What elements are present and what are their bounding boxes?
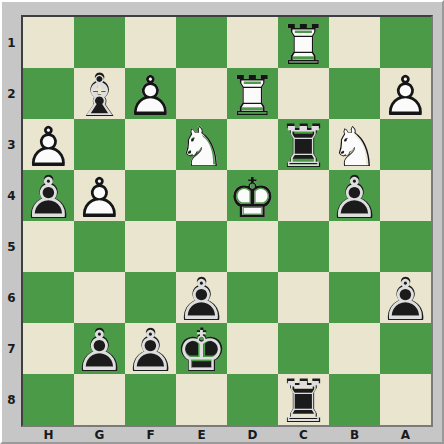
square-f3[interactable] bbox=[125, 119, 176, 170]
rook-outline-icon: ♖ bbox=[279, 120, 328, 175]
black-pawn[interactable]: ♟♙ bbox=[176, 272, 227, 323]
pawn-icon: ♟ bbox=[328, 169, 381, 228]
square-a4[interactable] bbox=[380, 170, 431, 221]
king-icon: ♚ bbox=[175, 322, 228, 381]
square-d2[interactable]: ♜♖ bbox=[227, 68, 278, 119]
black-bishop[interactable]: ♝♗ bbox=[74, 68, 125, 119]
file-labels: HGFEDCBA bbox=[23, 427, 431, 442]
file-label-g: G bbox=[74, 427, 125, 442]
square-e8[interactable] bbox=[176, 374, 227, 425]
square-c7[interactable] bbox=[278, 323, 329, 374]
chessboard-widget: 12345678 HGFEDCBA ♜♖♝♗♟♙♜♖♟♙♟♙♞♘♜♖♞♘♟♙♟♙… bbox=[0, 0, 444, 444]
knight-icon: ♞ bbox=[330, 120, 379, 175]
file-label-e: E bbox=[176, 427, 227, 442]
chess-board[interactable]: ♜♖♝♗♟♙♜♖♟♙♟♙♞♘♜♖♞♘♟♙♟♙♚♔♟♙♟♙♟♙♟♙♟♙♚♔♜♖ bbox=[21, 15, 433, 427]
square-b3[interactable]: ♞♘ bbox=[329, 119, 380, 170]
square-g3[interactable] bbox=[74, 119, 125, 170]
white-knight[interactable]: ♞♘ bbox=[329, 119, 380, 170]
black-king[interactable]: ♚♔ bbox=[176, 323, 227, 374]
square-e3[interactable]: ♞♘ bbox=[176, 119, 227, 170]
pawn-icon: ♟ bbox=[381, 69, 430, 124]
rook-outline-icon: ♖ bbox=[279, 375, 328, 430]
square-d6[interactable] bbox=[227, 272, 278, 323]
rook-icon: ♜ bbox=[277, 118, 330, 177]
king-outline-icon: ♔ bbox=[228, 171, 277, 226]
square-c4[interactable] bbox=[278, 170, 329, 221]
square-g2[interactable]: ♝♗ bbox=[74, 68, 125, 119]
pawn-icon: ♟ bbox=[175, 271, 228, 330]
pawn-icon: ♟ bbox=[73, 322, 126, 381]
white-king[interactable]: ♚♔ bbox=[227, 170, 278, 221]
square-f4[interactable] bbox=[125, 170, 176, 221]
square-e2[interactable] bbox=[176, 68, 227, 119]
square-a7[interactable] bbox=[380, 323, 431, 374]
pawn-outline-icon: ♙ bbox=[381, 273, 430, 328]
square-a3[interactable] bbox=[380, 119, 431, 170]
square-f6[interactable] bbox=[125, 272, 176, 323]
king-icon: ♚ bbox=[228, 171, 277, 226]
square-h5[interactable] bbox=[23, 221, 74, 272]
pawn-outline-icon: ♙ bbox=[75, 324, 124, 379]
rank-label-6: 6 bbox=[2, 272, 21, 323]
pawn-outline-icon: ♙ bbox=[24, 120, 73, 175]
square-f1[interactable] bbox=[125, 17, 176, 68]
rank-label-8: 8 bbox=[2, 374, 21, 425]
square-b1[interactable] bbox=[329, 17, 380, 68]
square-e5[interactable] bbox=[176, 221, 227, 272]
rook-icon: ♜ bbox=[277, 373, 330, 432]
square-a5[interactable] bbox=[380, 221, 431, 272]
file-label-a: A bbox=[380, 427, 431, 442]
king-outline-icon: ♔ bbox=[177, 324, 226, 379]
square-c6[interactable] bbox=[278, 272, 329, 323]
square-d1[interactable] bbox=[227, 17, 278, 68]
knight-outline-icon: ♘ bbox=[177, 120, 226, 175]
rook-icon: ♜ bbox=[279, 18, 328, 73]
pawn-icon: ♟ bbox=[126, 69, 175, 124]
square-g1[interactable] bbox=[74, 17, 125, 68]
pawn-outline-icon: ♙ bbox=[126, 324, 175, 379]
square-b4[interactable]: ♟♙ bbox=[329, 170, 380, 221]
square-e7[interactable]: ♚♔ bbox=[176, 323, 227, 374]
square-h6[interactable] bbox=[23, 272, 74, 323]
rank-label-7: 7 bbox=[2, 323, 21, 374]
white-rook[interactable]: ♜♖ bbox=[278, 17, 329, 68]
file-label-b: B bbox=[329, 427, 380, 442]
black-pawn[interactable]: ♟♙ bbox=[23, 170, 74, 221]
square-b7[interactable] bbox=[329, 323, 380, 374]
square-g8[interactable] bbox=[74, 374, 125, 425]
pawn-outline-icon: ♙ bbox=[75, 171, 124, 226]
pawn-outline-icon: ♙ bbox=[177, 273, 226, 328]
rank-labels: 12345678 bbox=[2, 17, 21, 425]
pawn-outline-icon: ♙ bbox=[330, 171, 379, 226]
square-g6[interactable] bbox=[74, 272, 125, 323]
file-label-f: F bbox=[125, 427, 176, 442]
square-b5[interactable] bbox=[329, 221, 380, 272]
square-f8[interactable] bbox=[125, 374, 176, 425]
square-g7[interactable]: ♟♙ bbox=[74, 323, 125, 374]
square-e6[interactable]: ♟♙ bbox=[176, 272, 227, 323]
pawn-icon: ♟ bbox=[124, 322, 177, 381]
square-c1[interactable]: ♜♖ bbox=[278, 17, 329, 68]
pawn-icon: ♟ bbox=[379, 271, 432, 330]
square-g5[interactable] bbox=[74, 221, 125, 272]
square-f7[interactable]: ♟♙ bbox=[125, 323, 176, 374]
pawn-outline-icon: ♙ bbox=[381, 69, 430, 124]
white-rook[interactable]: ♜♖ bbox=[227, 68, 278, 119]
knight-icon: ♞ bbox=[177, 120, 226, 175]
square-a1[interactable] bbox=[380, 17, 431, 68]
pawn-icon: ♟ bbox=[75, 171, 124, 226]
black-rook[interactable]: ♜♖ bbox=[278, 374, 329, 425]
black-pawn[interactable]: ♟♙ bbox=[125, 323, 176, 374]
square-a8[interactable] bbox=[380, 374, 431, 425]
square-b8[interactable] bbox=[329, 374, 380, 425]
file-label-d: D bbox=[227, 427, 278, 442]
pawn-outline-icon: ♙ bbox=[126, 69, 175, 124]
square-f2[interactable]: ♟♙ bbox=[125, 68, 176, 119]
square-e4[interactable] bbox=[176, 170, 227, 221]
square-h4[interactable]: ♟♙ bbox=[23, 170, 74, 221]
white-pawn[interactable]: ♟♙ bbox=[74, 170, 125, 221]
pawn-icon: ♟ bbox=[22, 169, 75, 228]
rank-label-4: 4 bbox=[2, 170, 21, 221]
square-d5[interactable] bbox=[227, 221, 278, 272]
white-pawn[interactable]: ♟♙ bbox=[380, 68, 431, 119]
square-h3[interactable]: ♟♙ bbox=[23, 119, 74, 170]
square-h1[interactable] bbox=[23, 17, 74, 68]
rank-label-1: 1 bbox=[2, 17, 21, 68]
square-a2[interactable]: ♟♙ bbox=[380, 68, 431, 119]
pawn-icon: ♟ bbox=[24, 120, 73, 175]
square-b2[interactable] bbox=[329, 68, 380, 119]
white-knight[interactable]: ♞♘ bbox=[176, 119, 227, 170]
white-pawn[interactable]: ♟♙ bbox=[23, 119, 74, 170]
file-label-c: C bbox=[278, 427, 329, 442]
rank-label-2: 2 bbox=[2, 68, 21, 119]
rank-label-5: 5 bbox=[2, 221, 21, 272]
square-b6[interactable] bbox=[329, 272, 380, 323]
square-h7[interactable] bbox=[23, 323, 74, 374]
square-d7[interactable] bbox=[227, 323, 278, 374]
square-f5[interactable] bbox=[125, 221, 176, 272]
square-g4[interactable]: ♟♙ bbox=[74, 170, 125, 221]
square-c2[interactable] bbox=[278, 68, 329, 119]
black-rook[interactable]: ♜♖ bbox=[278, 119, 329, 170]
black-pawn[interactable]: ♟♙ bbox=[380, 272, 431, 323]
square-h8[interactable] bbox=[23, 374, 74, 425]
knight-outline-icon: ♘ bbox=[330, 120, 379, 175]
rook-icon: ♜ bbox=[228, 69, 277, 124]
file-label-h: H bbox=[23, 427, 74, 442]
white-pawn[interactable]: ♟♙ bbox=[125, 68, 176, 119]
square-c8[interactable]: ♜♖ bbox=[278, 374, 329, 425]
black-pawn[interactable]: ♟♙ bbox=[74, 323, 125, 374]
pawn-outline-icon: ♙ bbox=[24, 171, 73, 226]
square-c5[interactable] bbox=[278, 221, 329, 272]
square-d8[interactable] bbox=[227, 374, 278, 425]
square-h2[interactable] bbox=[23, 68, 74, 119]
square-d4[interactable]: ♚♔ bbox=[227, 170, 278, 221]
rank-label-3: 3 bbox=[2, 119, 21, 170]
bishop-outline-icon: ♗ bbox=[75, 69, 124, 124]
square-a6[interactable]: ♟♙ bbox=[380, 272, 431, 323]
square-e1[interactable] bbox=[176, 17, 227, 68]
rook-outline-icon: ♖ bbox=[228, 69, 277, 124]
rook-outline-icon: ♖ bbox=[279, 18, 328, 73]
square-d3[interactable] bbox=[227, 119, 278, 170]
bishop-icon: ♝ bbox=[73, 67, 126, 126]
black-pawn[interactable]: ♟♙ bbox=[329, 170, 380, 221]
square-c3[interactable]: ♜♖ bbox=[278, 119, 329, 170]
